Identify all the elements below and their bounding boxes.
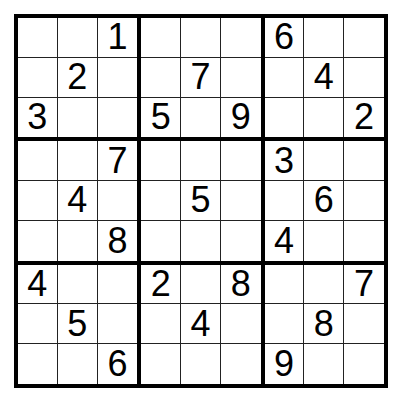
cell-r7c2[interactable]	[58, 265, 98, 305]
cell-r8c2[interactable]: 5	[58, 304, 98, 344]
cell-r1c8[interactable]	[304, 18, 344, 58]
cell-r5c3[interactable]	[98, 181, 138, 221]
cell-r4c1[interactable]	[18, 141, 58, 181]
cell-r2c1[interactable]	[18, 58, 58, 98]
cell-r2c2[interactable]: 2	[58, 58, 98, 98]
cell-r5c7[interactable]	[265, 181, 305, 221]
box-4: 748	[16, 139, 139, 262]
cell-r3c6[interactable]: 9	[221, 98, 261, 138]
cell-r3c4[interactable]: 5	[141, 98, 181, 138]
cell-r7c5[interactable]	[181, 265, 221, 305]
box-8: 284	[139, 263, 262, 386]
cell-r5c4[interactable]	[141, 181, 181, 221]
cell-r6c7[interactable]: 4	[265, 221, 305, 261]
cell-r1c1[interactable]	[18, 18, 58, 58]
cell-r9c6[interactable]	[221, 344, 261, 384]
cell-r8c8[interactable]: 8	[304, 304, 344, 344]
sudoku-page: 1237596427485364456284789	[0, 0, 402, 402]
cell-r8c5[interactable]: 4	[181, 304, 221, 344]
cell-r9c7[interactable]: 9	[265, 344, 305, 384]
cell-r8c4[interactable]	[141, 304, 181, 344]
cell-r9c4[interactable]	[141, 344, 181, 384]
cell-r7c9[interactable]: 7	[344, 265, 384, 305]
cell-r2c4[interactable]	[141, 58, 181, 98]
cell-r3c7[interactable]	[265, 98, 305, 138]
box-7: 456	[16, 263, 139, 386]
cell-r6c1[interactable]	[18, 221, 58, 261]
box-3: 642	[263, 16, 386, 139]
cell-r8c9[interactable]	[344, 304, 384, 344]
cell-r6c9[interactable]	[344, 221, 384, 261]
cell-r2c6[interactable]	[221, 58, 261, 98]
cell-r4c5[interactable]	[181, 141, 221, 181]
cell-r6c3[interactable]: 8	[98, 221, 138, 261]
box-2: 759	[139, 16, 262, 139]
cell-r7c3[interactable]	[98, 265, 138, 305]
cell-r5c8[interactable]: 6	[304, 181, 344, 221]
cell-r4c3[interactable]: 7	[98, 141, 138, 181]
cell-r7c7[interactable]	[265, 265, 305, 305]
cell-r5c6[interactable]	[221, 181, 261, 221]
cell-r4c9[interactable]	[344, 141, 384, 181]
cell-r3c3[interactable]	[98, 98, 138, 138]
cell-r2c3[interactable]	[98, 58, 138, 98]
cell-r3c8[interactable]	[304, 98, 344, 138]
cell-r6c8[interactable]	[304, 221, 344, 261]
cell-r2c5[interactable]: 7	[181, 58, 221, 98]
cell-r5c2[interactable]: 4	[58, 181, 98, 221]
cell-r4c7[interactable]: 3	[265, 141, 305, 181]
cell-r1c6[interactable]	[221, 18, 261, 58]
cell-r7c6[interactable]: 8	[221, 265, 261, 305]
box-9: 789	[263, 263, 386, 386]
cell-r7c8[interactable]	[304, 265, 344, 305]
cell-r7c4[interactable]: 2	[141, 265, 181, 305]
cell-r6c4[interactable]	[141, 221, 181, 261]
box-1: 123	[16, 16, 139, 139]
cell-r3c1[interactable]: 3	[18, 98, 58, 138]
cell-r1c9[interactable]	[344, 18, 384, 58]
cell-r1c5[interactable]	[181, 18, 221, 58]
box-6: 364	[263, 139, 386, 262]
cell-r1c7[interactable]: 6	[265, 18, 305, 58]
cell-r8c3[interactable]	[98, 304, 138, 344]
cell-r7c1[interactable]: 4	[18, 265, 58, 305]
cell-r9c1[interactable]	[18, 344, 58, 384]
cell-r9c9[interactable]	[344, 344, 384, 384]
cell-r8c6[interactable]	[221, 304, 261, 344]
cell-r8c1[interactable]	[18, 304, 58, 344]
cell-r1c3[interactable]: 1	[98, 18, 138, 58]
cell-r5c1[interactable]	[18, 181, 58, 221]
cell-r1c4[interactable]	[141, 18, 181, 58]
cell-r9c5[interactable]	[181, 344, 221, 384]
cell-r5c9[interactable]	[344, 181, 384, 221]
cell-r6c5[interactable]	[181, 221, 221, 261]
cell-r3c2[interactable]	[58, 98, 98, 138]
cell-r9c3[interactable]: 6	[98, 344, 138, 384]
cell-r5c5[interactable]: 5	[181, 181, 221, 221]
cell-r3c9[interactable]: 2	[344, 98, 384, 138]
cell-r4c4[interactable]	[141, 141, 181, 181]
cell-r6c2[interactable]	[58, 221, 98, 261]
box-5: 5	[139, 139, 262, 262]
cell-r6c6[interactable]	[221, 221, 261, 261]
cell-r4c8[interactable]	[304, 141, 344, 181]
cell-r4c6[interactable]	[221, 141, 261, 181]
sudoku-board: 1237596427485364456284789	[14, 14, 388, 388]
cell-r8c7[interactable]	[265, 304, 305, 344]
cell-r2c7[interactable]	[265, 58, 305, 98]
cell-r3c5[interactable]	[181, 98, 221, 138]
cell-r1c2[interactable]	[58, 18, 98, 58]
cell-r4c2[interactable]	[58, 141, 98, 181]
cell-r9c8[interactable]	[304, 344, 344, 384]
cell-r2c8[interactable]: 4	[304, 58, 344, 98]
cell-r9c2[interactable]	[58, 344, 98, 384]
cell-r2c9[interactable]	[344, 58, 384, 98]
